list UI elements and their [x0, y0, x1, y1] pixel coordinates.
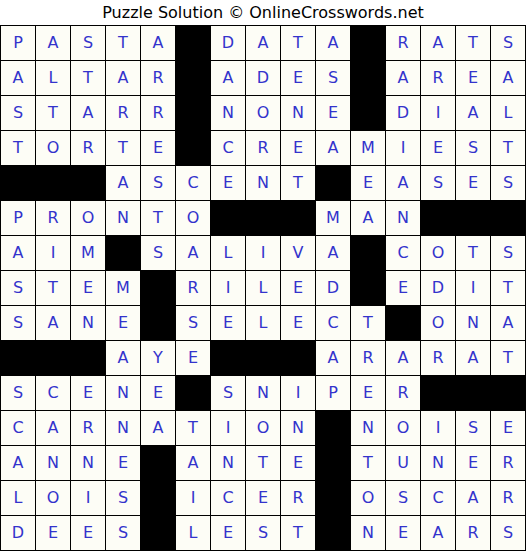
letter-cell-r9c1: S [1, 306, 35, 340]
letter-cell-r12c14: S [456, 411, 490, 445]
letter-cell-r13c1: A [1, 446, 35, 480]
letter-cell-r4c7: C [211, 131, 245, 165]
letter-cell-r6c6: O [176, 201, 210, 235]
letter-cell-r5c14: E [456, 166, 490, 200]
black-cell-r4c6 [176, 131, 210, 165]
letter-cell-r15c8: S [246, 516, 280, 550]
letter-cell-r11c9: I [281, 376, 315, 410]
black-cell-r11c13 [421, 376, 455, 410]
letter-cell-r1c4: T [106, 26, 140, 60]
letter-cell-r9c11: T [351, 306, 385, 340]
letter-cell-r5c13: S [421, 166, 455, 200]
letter-cell-r11c8: N [246, 376, 280, 410]
letter-cell-r13c3: N [71, 446, 105, 480]
letter-cell-r2c7: A [211, 61, 245, 95]
letter-cell-r10c10: A [316, 341, 350, 375]
letter-cell-r4c10: A [316, 131, 350, 165]
letter-cell-r7c9: V [281, 236, 315, 270]
letter-cell-r12c1: C [1, 411, 35, 445]
black-cell-r10c8 [246, 341, 280, 375]
letter-cell-r10c6: E [176, 341, 210, 375]
letter-cell-r11c3: E [71, 376, 105, 410]
letter-cell-r14c14: A [456, 481, 490, 515]
letter-cell-r8c6: R [176, 271, 210, 305]
black-cell-r7c11 [351, 236, 385, 270]
letter-cell-r14c15: R [491, 481, 525, 515]
letter-cell-r9c13: O [421, 306, 455, 340]
letter-cell-r8c10: D [316, 271, 350, 305]
letter-cell-r8c9: E [281, 271, 315, 305]
letter-cell-r13c14: E [456, 446, 490, 480]
letter-cell-r3c2: T [36, 96, 70, 130]
letter-cell-r1c15: S [491, 26, 525, 60]
black-cell-r9c12 [386, 306, 420, 340]
letter-cell-r13c12: U [386, 446, 420, 480]
letter-cell-r4c9: E [281, 131, 315, 165]
letter-cell-r8c4: M [106, 271, 140, 305]
letter-cell-r15c6: L [176, 516, 210, 550]
letter-cell-r9c7: E [211, 306, 245, 340]
letter-cell-r2c13: R [421, 61, 455, 95]
letter-cell-r14c9: R [281, 481, 315, 515]
black-cell-r5c2 [36, 166, 70, 200]
letter-cell-r15c3: E [71, 516, 105, 550]
letter-cell-r12c11: N [351, 411, 385, 445]
letter-cell-r4c3: R [71, 131, 105, 165]
letter-cell-r2c5: R [141, 61, 175, 95]
letter-cell-r11c11: E [351, 376, 385, 410]
letter-cell-r2c8: D [246, 61, 280, 95]
letter-cell-r9c2: A [36, 306, 70, 340]
letter-cell-r3c13: I [421, 96, 455, 130]
letter-cell-r3c3: A [71, 96, 105, 130]
black-cell-r3c11 [351, 96, 385, 130]
letter-cell-r1c9: T [281, 26, 315, 60]
letter-cell-r7c7: L [211, 236, 245, 270]
letter-cell-r4c13: E [421, 131, 455, 165]
letter-cell-r5c9: T [281, 166, 315, 200]
letter-cell-r8c13: D [421, 271, 455, 305]
letter-cell-r2c3: T [71, 61, 105, 95]
letter-cell-r10c4: A [106, 341, 140, 375]
letter-cell-r7c8: I [246, 236, 280, 270]
black-cell-r9c5 [141, 306, 175, 340]
letter-cell-r12c3: R [71, 411, 105, 445]
letter-cell-r4c14: S [456, 131, 490, 165]
letter-cell-r14c13: C [421, 481, 455, 515]
letter-cell-r7c2: I [36, 236, 70, 270]
letter-cell-r7c5: S [141, 236, 175, 270]
letter-cell-r14c8: E [246, 481, 280, 515]
letter-cell-r11c7: S [211, 376, 245, 410]
letter-cell-r4c12: I [386, 131, 420, 165]
letter-cell-r2c14: E [456, 61, 490, 95]
black-cell-r10c7 [211, 341, 245, 375]
black-cell-r6c9 [281, 201, 315, 235]
black-cell-r15c5 [141, 516, 175, 550]
letter-cell-r7c13: O [421, 236, 455, 270]
letter-cell-r6c5: T [141, 201, 175, 235]
letter-cell-r7c15: S [491, 236, 525, 270]
letter-cell-r7c1: A [1, 236, 35, 270]
letter-cell-r8c8: L [246, 271, 280, 305]
letter-cell-r10c15: T [491, 341, 525, 375]
letter-cell-r2c15: A [491, 61, 525, 95]
letter-cell-r5c5: S [141, 166, 175, 200]
black-cell-r5c3 [71, 166, 105, 200]
letter-cell-r13c4: E [106, 446, 140, 480]
letter-cell-r3c10: E [316, 96, 350, 130]
letter-cell-r1c5: A [141, 26, 175, 60]
black-cell-r11c6 [176, 376, 210, 410]
letter-cell-r7c12: C [386, 236, 420, 270]
letter-cell-r5c11: E [351, 166, 385, 200]
letter-cell-r1c1: P [1, 26, 35, 60]
letter-cell-r3c8: O [246, 96, 280, 130]
letter-cell-r4c11: M [351, 131, 385, 165]
black-cell-r8c5 [141, 271, 175, 305]
black-cell-r6c15 [491, 201, 525, 235]
letter-cell-r12c2: A [36, 411, 70, 445]
letter-cell-r2c1: A [1, 61, 35, 95]
letter-cell-r6c3: O [71, 201, 105, 235]
letter-cell-r12c13: I [421, 411, 455, 445]
black-cell-r1c6 [176, 26, 210, 60]
letter-cell-r10c11: R [351, 341, 385, 375]
letter-cell-r15c9: T [281, 516, 315, 550]
letter-cell-r3c12: D [386, 96, 420, 130]
black-cell-r1c11 [351, 26, 385, 60]
letter-cell-r11c2: C [36, 376, 70, 410]
letter-cell-r8c3: E [71, 271, 105, 305]
black-cell-r6c14 [456, 201, 490, 235]
letter-cell-r9c10: C [316, 306, 350, 340]
black-cell-r15c10 [316, 516, 350, 550]
letter-cell-r14c3: I [71, 481, 105, 515]
letter-cell-r3c1: S [1, 96, 35, 130]
black-cell-r10c1 [1, 341, 35, 375]
letter-cell-r1c13: A [421, 26, 455, 60]
letter-cell-r1c3: S [71, 26, 105, 60]
black-cell-r10c9 [281, 341, 315, 375]
letter-cell-r15c4: S [106, 516, 140, 550]
letter-cell-r11c12: R [386, 376, 420, 410]
letter-cell-r10c13: R [421, 341, 455, 375]
letter-cell-r2c4: A [106, 61, 140, 95]
black-cell-r2c11 [351, 61, 385, 95]
letter-cell-r12c15: E [491, 411, 525, 445]
letter-cell-r13c13: N [421, 446, 455, 480]
black-cell-r13c5 [141, 446, 175, 480]
letter-cell-r15c15: S [491, 516, 525, 550]
letter-cell-r4c2: O [36, 131, 70, 165]
letter-cell-r3c5: R [141, 96, 175, 130]
letter-cell-r10c5: Y [141, 341, 175, 375]
letter-cell-r4c1: T [1, 131, 35, 165]
letter-cell-r15c11: N [351, 516, 385, 550]
letter-cell-r2c9: E [281, 61, 315, 95]
black-cell-r6c7 [211, 201, 245, 235]
letter-cell-r15c1: D [1, 516, 35, 550]
letter-cell-r12c6: T [176, 411, 210, 445]
letter-cell-r13c11: T [351, 446, 385, 480]
letter-cell-r15c14: R [456, 516, 490, 550]
letter-cell-r14c1: L [1, 481, 35, 515]
letter-cell-r13c9: E [281, 446, 315, 480]
letter-cell-r12c7: I [211, 411, 245, 445]
letter-cell-r5c7: E [211, 166, 245, 200]
letter-cell-r5c15: S [491, 166, 525, 200]
black-cell-r7c4 [106, 236, 140, 270]
black-cell-r10c2 [36, 341, 70, 375]
letter-cell-r11c1: S [1, 376, 35, 410]
letter-cell-r13c8: T [246, 446, 280, 480]
black-cell-r14c5 [141, 481, 175, 515]
black-cell-r12c10 [316, 411, 350, 445]
black-cell-r13c10 [316, 446, 350, 480]
letter-cell-r1c12: R [386, 26, 420, 60]
letter-cell-r9c3: N [71, 306, 105, 340]
letter-cell-r1c7: D [211, 26, 245, 60]
letter-cell-r8c1: S [1, 271, 35, 305]
letter-cell-r12c9: N [281, 411, 315, 445]
letter-cell-r9c6: S [176, 306, 210, 340]
letter-cell-r8c7: I [211, 271, 245, 305]
letter-cell-r15c12: E [386, 516, 420, 550]
letter-cell-r2c12: A [386, 61, 420, 95]
letter-cell-r14c2: O [36, 481, 70, 515]
letter-cell-r12c8: O [246, 411, 280, 445]
letter-cell-r4c8: R [246, 131, 280, 165]
letter-cell-r15c13: A [421, 516, 455, 550]
black-cell-r8c11 [351, 271, 385, 305]
letter-cell-r14c12: S [386, 481, 420, 515]
letter-cell-r3c7: N [211, 96, 245, 130]
letter-cell-r1c14: T [456, 26, 490, 60]
letter-cell-r12c12: O [386, 411, 420, 445]
letter-cell-r5c8: N [246, 166, 280, 200]
letter-cell-r13c7: N [211, 446, 245, 480]
letter-cell-r14c11: O [351, 481, 385, 515]
letter-cell-r5c4: A [106, 166, 140, 200]
letter-cell-r6c2: R [36, 201, 70, 235]
letter-cell-r1c2: A [36, 26, 70, 60]
letter-cell-r8c14: I [456, 271, 490, 305]
letter-cell-r3c4: R [106, 96, 140, 130]
letter-cell-r6c10: M [316, 201, 350, 235]
letter-cell-r3c9: N [281, 96, 315, 130]
letter-cell-r12c5: A [141, 411, 175, 445]
letter-cell-r8c2: T [36, 271, 70, 305]
letter-cell-r11c4: N [106, 376, 140, 410]
letter-cell-r14c6: I [176, 481, 210, 515]
letter-cell-r7c10: A [316, 236, 350, 270]
letter-cell-r11c10: P [316, 376, 350, 410]
black-cell-r5c1 [1, 166, 35, 200]
letter-cell-r8c15: T [491, 271, 525, 305]
black-cell-r2c6 [176, 61, 210, 95]
letter-cell-r15c2: E [36, 516, 70, 550]
letter-cell-r5c12: A [386, 166, 420, 200]
letter-cell-r13c2: N [36, 446, 70, 480]
letter-cell-r10c14: A [456, 341, 490, 375]
letter-cell-r5c6: C [176, 166, 210, 200]
letter-cell-r9c14: N [456, 306, 490, 340]
black-cell-r11c14 [456, 376, 490, 410]
puzzle-title: Puzzle Solution © OnlineCrosswords.net [0, 0, 526, 25]
puzzle-solution-page: Puzzle Solution © OnlineCrosswords.net P… [0, 0, 526, 551]
black-cell-r10c3 [71, 341, 105, 375]
letter-cell-r3c15: L [491, 96, 525, 130]
letter-cell-r10c12: A [386, 341, 420, 375]
letter-cell-r6c4: N [106, 201, 140, 235]
letter-cell-r8c12: E [386, 271, 420, 305]
black-cell-r11c15 [491, 376, 525, 410]
letter-cell-r2c2: L [36, 61, 70, 95]
crossword-grid: PASTADATARATSALTARADESAREASTARRNONEDIALT… [0, 25, 526, 551]
letter-cell-r6c12: N [386, 201, 420, 235]
letter-cell-r15c7: E [211, 516, 245, 550]
letter-cell-r1c10: A [316, 26, 350, 60]
letter-cell-r13c15: R [491, 446, 525, 480]
black-cell-r6c13 [421, 201, 455, 235]
letter-cell-r14c4: S [106, 481, 140, 515]
letter-cell-r12c4: N [106, 411, 140, 445]
letter-cell-r4c15: T [491, 131, 525, 165]
letter-cell-r4c4: T [106, 131, 140, 165]
black-cell-r5c10 [316, 166, 350, 200]
letter-cell-r9c8: L [246, 306, 280, 340]
letter-cell-r7c14: T [456, 236, 490, 270]
letter-cell-r9c15: A [491, 306, 525, 340]
letter-cell-r6c1: P [1, 201, 35, 235]
black-cell-r6c8 [246, 201, 280, 235]
black-cell-r3c6 [176, 96, 210, 130]
letter-cell-r3c14: A [456, 96, 490, 130]
letter-cell-r7c6: A [176, 236, 210, 270]
letter-cell-r6c11: A [351, 201, 385, 235]
letter-cell-r11c5: E [141, 376, 175, 410]
letter-cell-r7c3: M [71, 236, 105, 270]
black-cell-r14c10 [316, 481, 350, 515]
letter-cell-r9c4: E [106, 306, 140, 340]
letter-cell-r9c9: E [281, 306, 315, 340]
letter-cell-r4c5: E [141, 131, 175, 165]
letter-cell-r13c6: A [176, 446, 210, 480]
letter-cell-r1c8: A [246, 26, 280, 60]
letter-cell-r2c10: S [316, 61, 350, 95]
letter-cell-r14c7: C [211, 481, 245, 515]
